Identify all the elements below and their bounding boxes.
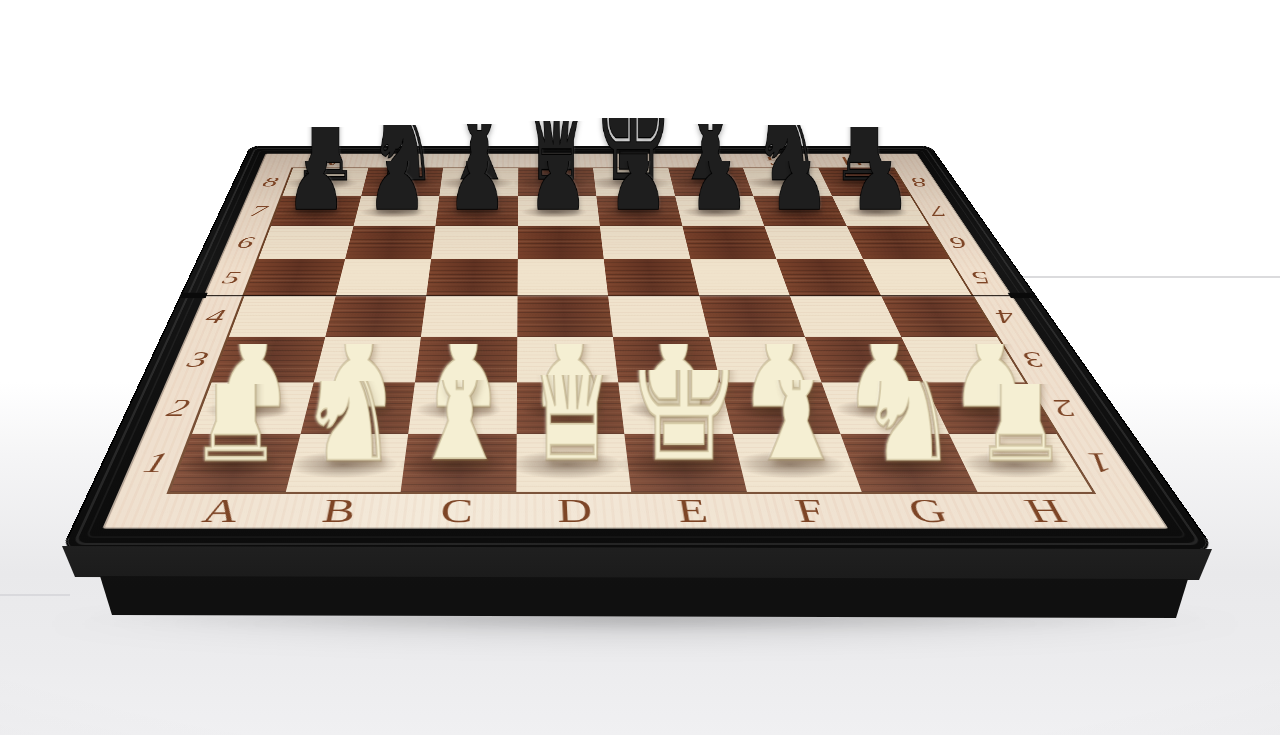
black-pawn-glyph: ♟ — [849, 131, 910, 212]
black-pawn-glyph: ♟ — [769, 131, 830, 212]
file-label-top-b: B — [395, 153, 418, 168]
file-label-bottom-d: D — [557, 491, 594, 530]
black-pawn-glyph: ♟ — [286, 131, 347, 212]
chess-board: AABBCCDDEEFFGGHH1122334455667788 ♜♞♝♛♚♝♞… — [63, 146, 1213, 550]
white-bishop-glyph: ♝ — [408, 319, 511, 466]
black-pawn-glyph: ♟ — [688, 131, 749, 212]
piece-white-bishop: ♝ — [744, 379, 847, 465]
black-pawn-glyph: ♟ — [608, 131, 669, 212]
file-label-bottom-b: B — [319, 491, 358, 530]
piece-black-pawn: ♟ — [366, 161, 427, 212]
perspective-wrapper: AABBCCDDEEFFGGHH1122334455667788 ♜♞♝♛♚♝♞… — [0, 0, 1280, 735]
piece-white-queen: ♛ — [518, 375, 626, 466]
white-knight-glyph: ♞ — [297, 334, 399, 466]
white-bishop-glyph: ♝ — [744, 319, 847, 466]
pieces-layer: ♜♞♝♛♚♝♞♜♟♟♟♟♟♟♟♟♟♟♟♟♟♟♟♟♜♞♝♛♚♝♞♜ — [63, 146, 1213, 550]
piece-white-bishop: ♝ — [408, 379, 511, 465]
piece-black-pawn: ♟ — [527, 161, 588, 212]
photo-scene: AABBCCDDEEFFGGHH1122334455667788 ♜♞♝♛♚♝♞… — [0, 0, 1280, 735]
piece-black-pawn: ♟ — [688, 161, 749, 212]
piece-black-pawn: ♟ — [447, 161, 508, 212]
piece-white-knight: ♞ — [297, 381, 399, 466]
file-label-top-c: C — [470, 153, 491, 168]
piece-black-pawn: ♟ — [608, 161, 669, 212]
white-knight-glyph: ♞ — [857, 334, 959, 466]
piece-black-pawn: ♟ — [769, 161, 830, 212]
file-label-top-d: D — [544, 153, 567, 168]
white-queen-glyph: ♛ — [518, 308, 626, 466]
file-label-bottom-c: C — [439, 491, 474, 530]
piece-black-pawn: ♟ — [849, 161, 910, 212]
piece-white-king: ♚ — [627, 370, 742, 466]
piece-white-rook: ♜ — [187, 383, 285, 465]
piece-white-knight: ♞ — [857, 381, 959, 466]
file-label-top-e: E — [619, 153, 640, 168]
black-pawn-glyph: ♟ — [366, 131, 427, 212]
white-king-glyph: ♚ — [627, 293, 742, 466]
black-pawn-glyph: ♟ — [447, 131, 508, 212]
black-pawn-glyph: ♟ — [527, 131, 588, 212]
piece-black-pawn: ♟ — [286, 161, 347, 212]
